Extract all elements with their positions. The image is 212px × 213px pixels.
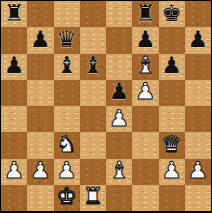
square-a4[interactable] — [1, 106, 27, 132]
black-pawn[interactable]: ♟ — [161, 54, 182, 77]
square-e7[interactable] — [106, 27, 132, 53]
square-g2[interactable]: ♟ — [159, 159, 185, 185]
square-c8[interactable] — [54, 1, 80, 27]
square-h7[interactable]: ♟ — [185, 27, 211, 53]
board-frame: ♜♜♚♟♛♟♟♟♝♝♝♟♟♟♟♞♛♟♟♟♝♟♟♚♜ — [0, 0, 212, 213]
black-pawn[interactable]: ♟ — [109, 80, 130, 103]
square-h2[interactable]: ♟ — [185, 159, 211, 185]
square-a3[interactable] — [1, 132, 27, 158]
white-pawn[interactable]: ♟ — [56, 159, 77, 182]
white-pawn[interactable]: ♟ — [188, 159, 209, 182]
square-c2[interactable]: ♟ — [54, 159, 80, 185]
square-d3[interactable] — [80, 132, 106, 158]
square-c1[interactable]: ♚ — [54, 185, 80, 211]
white-pawn[interactable]: ♟ — [109, 107, 130, 130]
square-a6[interactable]: ♟ — [1, 54, 27, 80]
white-pawn[interactable]: ♟ — [4, 159, 25, 182]
square-h6[interactable] — [185, 54, 211, 80]
square-a7[interactable] — [1, 27, 27, 53]
black-pawn[interactable]: ♟ — [135, 28, 156, 51]
square-a5[interactable] — [1, 80, 27, 106]
black-pawn[interactable]: ♟ — [30, 28, 51, 51]
square-c7[interactable]: ♛ — [54, 27, 80, 53]
square-b4[interactable] — [27, 106, 53, 132]
square-g8[interactable]: ♚ — [159, 1, 185, 27]
square-d7[interactable] — [80, 27, 106, 53]
square-e5[interactable]: ♟ — [106, 80, 132, 106]
black-king[interactable]: ♚ — [161, 2, 182, 25]
black-bishop[interactable]: ♝ — [83, 54, 104, 77]
square-f5[interactable]: ♟ — [132, 80, 158, 106]
white-queen[interactable]: ♛ — [161, 133, 182, 156]
square-b6[interactable] — [27, 54, 53, 80]
square-e3[interactable] — [106, 132, 132, 158]
white-bishop[interactable]: ♝ — [109, 159, 130, 182]
square-d4[interactable] — [80, 106, 106, 132]
square-e2[interactable]: ♝ — [106, 159, 132, 185]
square-h4[interactable] — [185, 106, 211, 132]
black-pawn[interactable]: ♟ — [4, 54, 25, 77]
square-c6[interactable]: ♝ — [54, 54, 80, 80]
square-c5[interactable] — [54, 80, 80, 106]
square-f3[interactable] — [132, 132, 158, 158]
square-g5[interactable] — [159, 80, 185, 106]
white-knight[interactable]: ♞ — [56, 133, 77, 156]
square-b7[interactable]: ♟ — [27, 27, 53, 53]
square-c4[interactable] — [54, 106, 80, 132]
square-a1[interactable] — [1, 185, 27, 211]
square-d1[interactable]: ♜ — [80, 185, 106, 211]
square-h8[interactable] — [185, 1, 211, 27]
square-e4[interactable]: ♟ — [106, 106, 132, 132]
square-a2[interactable]: ♟ — [1, 159, 27, 185]
square-f4[interactable] — [132, 106, 158, 132]
black-rook[interactable]: ♜ — [4, 2, 25, 25]
white-pawn[interactable]: ♟ — [161, 159, 182, 182]
square-b2[interactable]: ♟ — [27, 159, 53, 185]
black-bishop[interactable]: ♝ — [56, 54, 77, 77]
square-f7[interactable]: ♟ — [132, 27, 158, 53]
black-queen[interactable]: ♛ — [56, 28, 77, 51]
white-king[interactable]: ♚ — [56, 185, 77, 208]
square-a8[interactable]: ♜ — [1, 1, 27, 27]
square-e6[interactable] — [106, 54, 132, 80]
square-h1[interactable] — [185, 185, 211, 211]
square-g4[interactable] — [159, 106, 185, 132]
square-b1[interactable] — [27, 185, 53, 211]
black-pawn[interactable]: ♟ — [188, 28, 209, 51]
square-b8[interactable] — [27, 1, 53, 27]
square-c3[interactable]: ♞ — [54, 132, 80, 158]
square-h3[interactable] — [185, 132, 211, 158]
square-g6[interactable]: ♟ — [159, 54, 185, 80]
square-d5[interactable] — [80, 80, 106, 106]
square-e1[interactable] — [106, 185, 132, 211]
white-bishop[interactable]: ♝ — [135, 54, 156, 77]
square-d8[interactable] — [80, 1, 106, 27]
square-f6[interactable]: ♝ — [132, 54, 158, 80]
square-d2[interactable] — [80, 159, 106, 185]
square-f1[interactable] — [132, 185, 158, 211]
square-g7[interactable] — [159, 27, 185, 53]
square-h5[interactable] — [185, 80, 211, 106]
white-rook[interactable]: ♜ — [83, 185, 104, 208]
white-pawn[interactable]: ♟ — [135, 80, 156, 103]
square-g1[interactable] — [159, 185, 185, 211]
white-pawn[interactable]: ♟ — [30, 159, 51, 182]
square-e8[interactable] — [106, 1, 132, 27]
square-d6[interactable]: ♝ — [80, 54, 106, 80]
square-f8[interactable]: ♜ — [132, 1, 158, 27]
square-g3[interactable]: ♛ — [159, 132, 185, 158]
black-rook[interactable]: ♜ — [135, 2, 156, 25]
square-b5[interactable] — [27, 80, 53, 106]
chess-board: ♜♜♚♟♛♟♟♟♝♝♝♟♟♟♟♞♛♟♟♟♝♟♟♚♜ — [1, 1, 211, 211]
square-f2[interactable] — [132, 159, 158, 185]
square-b3[interactable] — [27, 132, 53, 158]
